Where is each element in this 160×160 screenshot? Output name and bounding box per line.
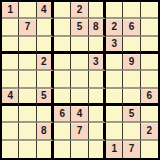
cell-r1c4[interactable] xyxy=(54,2,71,19)
cell-r6c4[interactable] xyxy=(54,89,71,106)
cell-r1c9[interactable] xyxy=(141,2,158,19)
cell-r3c6[interactable] xyxy=(89,37,106,54)
cell-r7c9[interactable] xyxy=(141,106,158,123)
cell-r8c9[interactable]: 2 xyxy=(141,123,158,140)
cell-r1c5[interactable]: 2 xyxy=(71,2,88,19)
cell-r6c2[interactable] xyxy=(19,89,36,106)
cell-r6c9[interactable]: 6 xyxy=(141,89,158,106)
cell-r5c5[interactable] xyxy=(71,71,88,88)
cell-r3c7[interactable]: 3 xyxy=(106,37,123,54)
cell-r9c1[interactable] xyxy=(2,141,19,158)
cell-r5c1[interactable] xyxy=(2,71,19,88)
cell-r8c6[interactable] xyxy=(89,123,106,140)
cell-r6c1[interactable]: 4 xyxy=(2,89,19,106)
cell-r7c4[interactable]: 6 xyxy=(54,106,71,123)
cell-r3c9[interactable] xyxy=(141,37,158,54)
cell-r8c7[interactable] xyxy=(106,123,123,140)
cell-r1c3[interactable]: 4 xyxy=(37,2,54,19)
cell-r4c6[interactable]: 3 xyxy=(89,54,106,71)
cell-r7c7[interactable] xyxy=(106,106,123,123)
cell-r5c9[interactable] xyxy=(141,71,158,88)
cell-r5c3[interactable] xyxy=(37,71,54,88)
cell-r5c4[interactable] xyxy=(54,71,71,88)
cell-r7c2[interactable] xyxy=(19,106,36,123)
cell-r1c6[interactable] xyxy=(89,2,106,19)
cell-r8c3[interactable]: 8 xyxy=(37,123,54,140)
cell-r9c5[interactable] xyxy=(71,141,88,158)
cell-r6c3[interactable]: 5 xyxy=(37,89,54,106)
cell-r8c5[interactable]: 7 xyxy=(71,123,88,140)
cell-r4c7[interactable] xyxy=(106,54,123,71)
cell-r3c5[interactable] xyxy=(71,37,88,54)
cell-r2c8[interactable]: 6 xyxy=(123,19,140,36)
cell-r1c7[interactable] xyxy=(106,2,123,19)
cell-r4c9[interactable] xyxy=(141,54,158,71)
cell-r3c8[interactable] xyxy=(123,37,140,54)
cell-r2c4[interactable] xyxy=(54,19,71,36)
cell-r6c7[interactable] xyxy=(106,89,123,106)
cell-r4c2[interactable] xyxy=(19,54,36,71)
cell-r3c3[interactable] xyxy=(37,37,54,54)
cell-r9c6[interactable] xyxy=(89,141,106,158)
cell-r8c2[interactable] xyxy=(19,123,36,140)
cell-r7c5[interactable]: 4 xyxy=(71,106,88,123)
cell-r3c1[interactable] xyxy=(2,37,19,54)
cell-r4c5[interactable] xyxy=(71,54,88,71)
cell-r9c7[interactable]: 1 xyxy=(106,141,123,158)
cell-r6c5[interactable] xyxy=(71,89,88,106)
cell-r8c4[interactable] xyxy=(54,123,71,140)
cell-r2c2[interactable]: 7 xyxy=(19,19,36,36)
cell-r6c8[interactable] xyxy=(123,89,140,106)
cell-r5c8[interactable] xyxy=(123,71,140,88)
cell-r2c1[interactable] xyxy=(2,19,19,36)
cell-r2c5[interactable]: 5 xyxy=(71,19,88,36)
cell-r1c2[interactable] xyxy=(19,2,36,19)
cell-r2c9[interactable] xyxy=(141,19,158,36)
cell-r4c3[interactable]: 2 xyxy=(37,54,54,71)
cell-r4c1[interactable] xyxy=(2,54,19,71)
cell-r2c7[interactable]: 2 xyxy=(106,19,123,36)
cell-r1c8[interactable] xyxy=(123,2,140,19)
cell-r2c6[interactable]: 8 xyxy=(89,19,106,36)
cell-r5c6[interactable] xyxy=(89,71,106,88)
cell-r6c6[interactable] xyxy=(89,89,106,106)
cell-r8c8[interactable] xyxy=(123,123,140,140)
cell-r7c3[interactable] xyxy=(37,106,54,123)
cell-r7c6[interactable] xyxy=(89,106,106,123)
cell-r4c8[interactable]: 9 xyxy=(123,54,140,71)
cell-r9c4[interactable] xyxy=(54,141,71,158)
cell-r7c8[interactable]: 5 xyxy=(123,106,140,123)
cell-r8c1[interactable] xyxy=(2,123,19,140)
cell-r5c7[interactable] xyxy=(106,71,123,88)
cell-r2c3[interactable] xyxy=(37,19,54,36)
sudoku-board: 14275826323945664587217 xyxy=(0,0,160,160)
cell-r9c9[interactable] xyxy=(141,141,158,158)
cell-r7c1[interactable] xyxy=(2,106,19,123)
cell-r1c1[interactable]: 1 xyxy=(2,2,19,19)
cell-r4c4[interactable] xyxy=(54,54,71,71)
cell-r9c3[interactable] xyxy=(37,141,54,158)
cell-r9c8[interactable]: 7 xyxy=(123,141,140,158)
cell-r3c4[interactable] xyxy=(54,37,71,54)
cell-r3c2[interactable] xyxy=(19,37,36,54)
cell-r5c2[interactable] xyxy=(19,71,36,88)
cell-r9c2[interactable] xyxy=(19,141,36,158)
